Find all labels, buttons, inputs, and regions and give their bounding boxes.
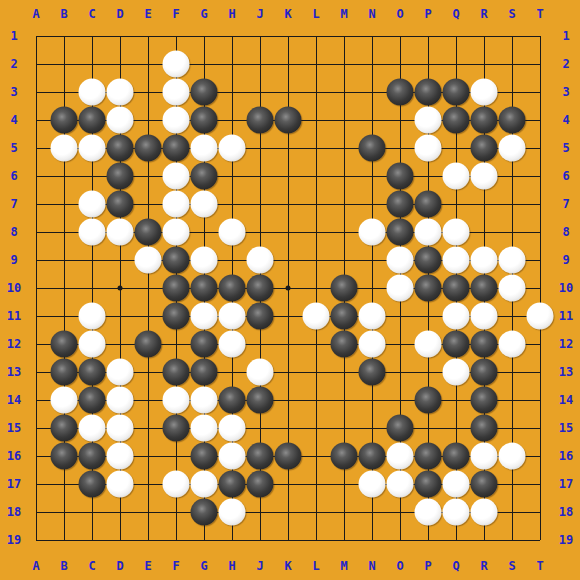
col-label-bottom-A: A (32, 560, 39, 572)
black-stone-Q4[interactable] (443, 107, 470, 134)
black-stone-J17[interactable] (247, 471, 274, 498)
black-stone-O8[interactable] (387, 219, 414, 246)
white-stone-T11[interactable] (527, 303, 554, 330)
black-stone-P9[interactable] (415, 247, 442, 274)
black-stone-M11[interactable] (331, 303, 358, 330)
black-stone-J4[interactable] (247, 107, 274, 134)
black-stone-N16[interactable] (359, 443, 386, 470)
white-stone-H11[interactable] (219, 303, 246, 330)
white-stone-D13[interactable] (107, 359, 134, 386)
black-stone-J14[interactable] (247, 387, 274, 414)
black-stone-M10[interactable] (331, 275, 358, 302)
row-label-right-19: 19 (559, 534, 573, 546)
black-stone-G16[interactable] (191, 443, 218, 470)
white-stone-D14[interactable] (107, 387, 134, 414)
black-stone-Q16[interactable] (443, 443, 470, 470)
black-stone-F5[interactable] (163, 135, 190, 162)
white-stone-H12[interactable] (219, 331, 246, 358)
white-stone-H5[interactable] (219, 135, 246, 162)
black-stone-G18[interactable] (191, 499, 218, 526)
black-stone-R4[interactable] (471, 107, 498, 134)
white-stone-D17[interactable] (107, 471, 134, 498)
black-stone-K16[interactable] (275, 443, 302, 470)
col-label-bottom-H: H (228, 560, 235, 572)
white-stone-J9[interactable] (247, 247, 274, 274)
black-stone-G10[interactable] (191, 275, 218, 302)
white-stone-Q18[interactable] (443, 499, 470, 526)
col-label-top-C: C (88, 8, 95, 20)
white-stone-R6[interactable] (471, 163, 498, 190)
white-stone-G7[interactable] (191, 191, 218, 218)
col-label-top-N: N (368, 8, 375, 20)
row-label-right-13: 13 (559, 366, 573, 378)
white-stone-P18[interactable] (415, 499, 442, 526)
col-label-bottom-C: C (88, 560, 95, 572)
black-stone-C4[interactable] (79, 107, 106, 134)
row-label-right-12: 12 (559, 338, 573, 350)
col-label-top-K: K (284, 8, 291, 20)
white-stone-Q6[interactable] (443, 163, 470, 190)
white-stone-Q13[interactable] (443, 359, 470, 386)
white-stone-S10[interactable] (499, 275, 526, 302)
white-stone-G11[interactable] (191, 303, 218, 330)
col-label-top-G: G (200, 8, 207, 20)
white-stone-Q17[interactable] (443, 471, 470, 498)
row-label-right-2: 2 (562, 58, 569, 70)
row-label-left-9: 9 (10, 254, 17, 266)
col-label-bottom-L: L (312, 560, 319, 572)
white-stone-D15[interactable] (107, 415, 134, 442)
black-stone-J11[interactable] (247, 303, 274, 330)
white-stone-O9[interactable] (387, 247, 414, 274)
white-stone-J13[interactable] (247, 359, 274, 386)
white-stone-D4[interactable] (107, 107, 134, 134)
black-stone-G13[interactable] (191, 359, 218, 386)
black-stone-N5[interactable] (359, 135, 386, 162)
row-label-right-7: 7 (562, 198, 569, 210)
col-label-bottom-B: B (60, 560, 67, 572)
white-stone-N11[interactable] (359, 303, 386, 330)
white-stone-F2[interactable] (163, 51, 190, 78)
black-stone-H14[interactable] (219, 387, 246, 414)
black-stone-P3[interactable] (415, 79, 442, 106)
black-stone-S4[interactable] (499, 107, 526, 134)
white-stone-P4[interactable] (415, 107, 442, 134)
star-point (286, 286, 291, 291)
row-label-left-15: 15 (7, 422, 21, 434)
white-stone-C3[interactable] (79, 79, 106, 106)
white-stone-S5[interactable] (499, 135, 526, 162)
col-label-bottom-T: T (536, 560, 543, 572)
row-label-left-13: 13 (7, 366, 21, 378)
black-stone-H10[interactable] (219, 275, 246, 302)
row-label-left-3: 3 (10, 86, 17, 98)
white-stone-B5[interactable] (51, 135, 78, 162)
black-stone-H17[interactable] (219, 471, 246, 498)
white-stone-G14[interactable] (191, 387, 218, 414)
black-stone-O7[interactable] (387, 191, 414, 218)
black-stone-C16[interactable] (79, 443, 106, 470)
col-label-bottom-S: S (508, 560, 515, 572)
white-stone-G17[interactable] (191, 471, 218, 498)
col-label-top-B: B (60, 8, 67, 20)
black-stone-R5[interactable] (471, 135, 498, 162)
row-label-left-2: 2 (10, 58, 17, 70)
row-label-right-15: 15 (559, 422, 573, 434)
col-label-bottom-N: N (368, 560, 375, 572)
black-stone-C13[interactable] (79, 359, 106, 386)
black-stone-O3[interactable] (387, 79, 414, 106)
white-stone-S16[interactable] (499, 443, 526, 470)
go-board[interactable]: AABBCCDDEEFFGGHHJJKKLLMMNNOOPPQQRRSSTT11… (0, 0, 580, 580)
row-label-left-18: 18 (7, 506, 21, 518)
white-stone-R18[interactable] (471, 499, 498, 526)
row-label-right-1: 1 (562, 30, 569, 42)
white-stone-F4[interactable] (163, 107, 190, 134)
black-stone-R15[interactable] (471, 415, 498, 442)
white-stone-S12[interactable] (499, 331, 526, 358)
black-stone-B12[interactable] (51, 331, 78, 358)
row-label-left-6: 6 (10, 170, 17, 182)
col-label-bottom-E: E (144, 560, 151, 572)
white-stone-H15[interactable] (219, 415, 246, 442)
row-label-left-17: 17 (7, 478, 21, 490)
col-label-bottom-K: K (284, 560, 291, 572)
row-label-left-4: 4 (10, 114, 17, 126)
row-label-right-14: 14 (559, 394, 573, 406)
col-label-top-J: J (256, 8, 263, 20)
white-stone-R16[interactable] (471, 443, 498, 470)
row-label-left-10: 10 (7, 282, 21, 294)
white-stone-R9[interactable] (471, 247, 498, 274)
black-stone-R13[interactable] (471, 359, 498, 386)
black-stone-B16[interactable] (51, 443, 78, 470)
black-stone-P7[interactable] (415, 191, 442, 218)
white-stone-N12[interactable] (359, 331, 386, 358)
white-stone-F8[interactable] (163, 219, 190, 246)
black-stone-O15[interactable] (387, 415, 414, 442)
white-stone-B14[interactable] (51, 387, 78, 414)
white-stone-C7[interactable] (79, 191, 106, 218)
white-stone-Q8[interactable] (443, 219, 470, 246)
col-label-bottom-Q: Q (452, 560, 459, 572)
col-label-top-A: A (32, 8, 39, 20)
white-stone-O16[interactable] (387, 443, 414, 470)
black-stone-R10[interactable] (471, 275, 498, 302)
black-stone-B4[interactable] (51, 107, 78, 134)
white-stone-C8[interactable] (79, 219, 106, 246)
row-label-left-5: 5 (10, 142, 17, 154)
row-label-right-11: 11 (559, 310, 573, 322)
black-stone-P17[interactable] (415, 471, 442, 498)
row-label-left-12: 12 (7, 338, 21, 350)
white-stone-C5[interactable] (79, 135, 106, 162)
black-stone-F15[interactable] (163, 415, 190, 442)
row-label-right-6: 6 (562, 170, 569, 182)
black-stone-P14[interactable] (415, 387, 442, 414)
white-stone-R3[interactable] (471, 79, 498, 106)
col-label-bottom-R: R (480, 560, 487, 572)
white-stone-G9[interactable] (191, 247, 218, 274)
black-stone-J16[interactable] (247, 443, 274, 470)
black-stone-G4[interactable] (191, 107, 218, 134)
black-stone-Q12[interactable] (443, 331, 470, 358)
col-label-top-F: F (172, 8, 179, 20)
black-stone-R12[interactable] (471, 331, 498, 358)
black-stone-F11[interactable] (163, 303, 190, 330)
black-stone-Q10[interactable] (443, 275, 470, 302)
black-stone-J10[interactable] (247, 275, 274, 302)
row-label-right-10: 10 (559, 282, 573, 294)
black-stone-B15[interactable] (51, 415, 78, 442)
black-stone-F10[interactable] (163, 275, 190, 302)
black-stone-B13[interactable] (51, 359, 78, 386)
star-point (118, 286, 123, 291)
row-label-left-14: 14 (7, 394, 21, 406)
row-label-right-9: 9 (562, 254, 569, 266)
col-label-bottom-D: D (116, 560, 123, 572)
white-stone-H16[interactable] (219, 443, 246, 470)
white-stone-E9[interactable] (135, 247, 162, 274)
row-label-left-8: 8 (10, 226, 17, 238)
col-label-top-M: M (340, 8, 347, 20)
col-label-bottom-P: P (424, 560, 431, 572)
col-label-top-P: P (424, 8, 431, 20)
black-stone-F13[interactable] (163, 359, 190, 386)
white-stone-S9[interactable] (499, 247, 526, 274)
row-label-left-11: 11 (7, 310, 21, 322)
black-stone-C14[interactable] (79, 387, 106, 414)
white-stone-C12[interactable] (79, 331, 106, 358)
col-label-top-H: H (228, 8, 235, 20)
white-stone-G15[interactable] (191, 415, 218, 442)
white-stone-Q9[interactable] (443, 247, 470, 274)
white-stone-F3[interactable] (163, 79, 190, 106)
row-label-left-7: 7 (10, 198, 17, 210)
row-label-right-8: 8 (562, 226, 569, 238)
row-label-right-3: 3 (562, 86, 569, 98)
col-label-top-T: T (536, 8, 543, 20)
black-stone-E8[interactable] (135, 219, 162, 246)
white-stone-H8[interactable] (219, 219, 246, 246)
black-stone-R14[interactable] (471, 387, 498, 414)
white-stone-H18[interactable] (219, 499, 246, 526)
black-stone-F9[interactable] (163, 247, 190, 274)
col-label-top-R: R (480, 8, 487, 20)
white-stone-N17[interactable] (359, 471, 386, 498)
white-stone-P8[interactable] (415, 219, 442, 246)
col-label-top-D: D (116, 8, 123, 20)
black-stone-D5[interactable] (107, 135, 134, 162)
white-stone-G5[interactable] (191, 135, 218, 162)
white-stone-C11[interactable] (79, 303, 106, 330)
white-stone-N8[interactable] (359, 219, 386, 246)
row-label-right-5: 5 (562, 142, 569, 154)
black-stone-G12[interactable] (191, 331, 218, 358)
black-stone-G6[interactable] (191, 163, 218, 190)
col-label-top-S: S (508, 8, 515, 20)
black-stone-M12[interactable] (331, 331, 358, 358)
col-label-top-E: E (144, 8, 151, 20)
black-stone-K4[interactable] (275, 107, 302, 134)
black-stone-P16[interactable] (415, 443, 442, 470)
row-label-left-1: 1 (10, 30, 17, 42)
white-stone-F6[interactable] (163, 163, 190, 190)
black-stone-R17[interactable] (471, 471, 498, 498)
row-label-left-19: 19 (7, 534, 21, 546)
white-stone-Q11[interactable] (443, 303, 470, 330)
white-stone-P5[interactable] (415, 135, 442, 162)
black-stone-Q3[interactable] (443, 79, 470, 106)
col-label-bottom-O: O (396, 560, 403, 572)
white-stone-F17[interactable] (163, 471, 190, 498)
col-label-top-L: L (312, 8, 319, 20)
white-stone-L11[interactable] (303, 303, 330, 330)
black-stone-E12[interactable] (135, 331, 162, 358)
white-stone-O17[interactable] (387, 471, 414, 498)
black-stone-D6[interactable] (107, 163, 134, 190)
black-stone-G3[interactable] (191, 79, 218, 106)
white-stone-D16[interactable] (107, 443, 134, 470)
white-stone-C15[interactable] (79, 415, 106, 442)
row-label-right-16: 16 (559, 450, 573, 462)
row-label-right-18: 18 (559, 506, 573, 518)
col-label-bottom-J: J (256, 560, 263, 572)
black-stone-C17[interactable] (79, 471, 106, 498)
black-stone-E5[interactable] (135, 135, 162, 162)
col-label-top-O: O (396, 8, 403, 20)
white-stone-D8[interactable] (107, 219, 134, 246)
black-stone-O6[interactable] (387, 163, 414, 190)
col-label-top-Q: Q (452, 8, 459, 20)
col-label-bottom-F: F (172, 560, 179, 572)
white-stone-F7[interactable] (163, 191, 190, 218)
black-stone-N13[interactable] (359, 359, 386, 386)
white-stone-F14[interactable] (163, 387, 190, 414)
row-label-right-4: 4 (562, 114, 569, 126)
row-label-right-17: 17 (559, 478, 573, 490)
black-stone-M16[interactable] (331, 443, 358, 470)
black-stone-P10[interactable] (415, 275, 442, 302)
col-label-bottom-M: M (340, 560, 347, 572)
black-stone-D7[interactable] (107, 191, 134, 218)
white-stone-D3[interactable] (107, 79, 134, 106)
white-stone-R11[interactable] (471, 303, 498, 330)
white-stone-P12[interactable] (415, 331, 442, 358)
white-stone-O10[interactable] (387, 275, 414, 302)
col-label-bottom-G: G (200, 560, 207, 572)
row-label-left-16: 16 (7, 450, 21, 462)
